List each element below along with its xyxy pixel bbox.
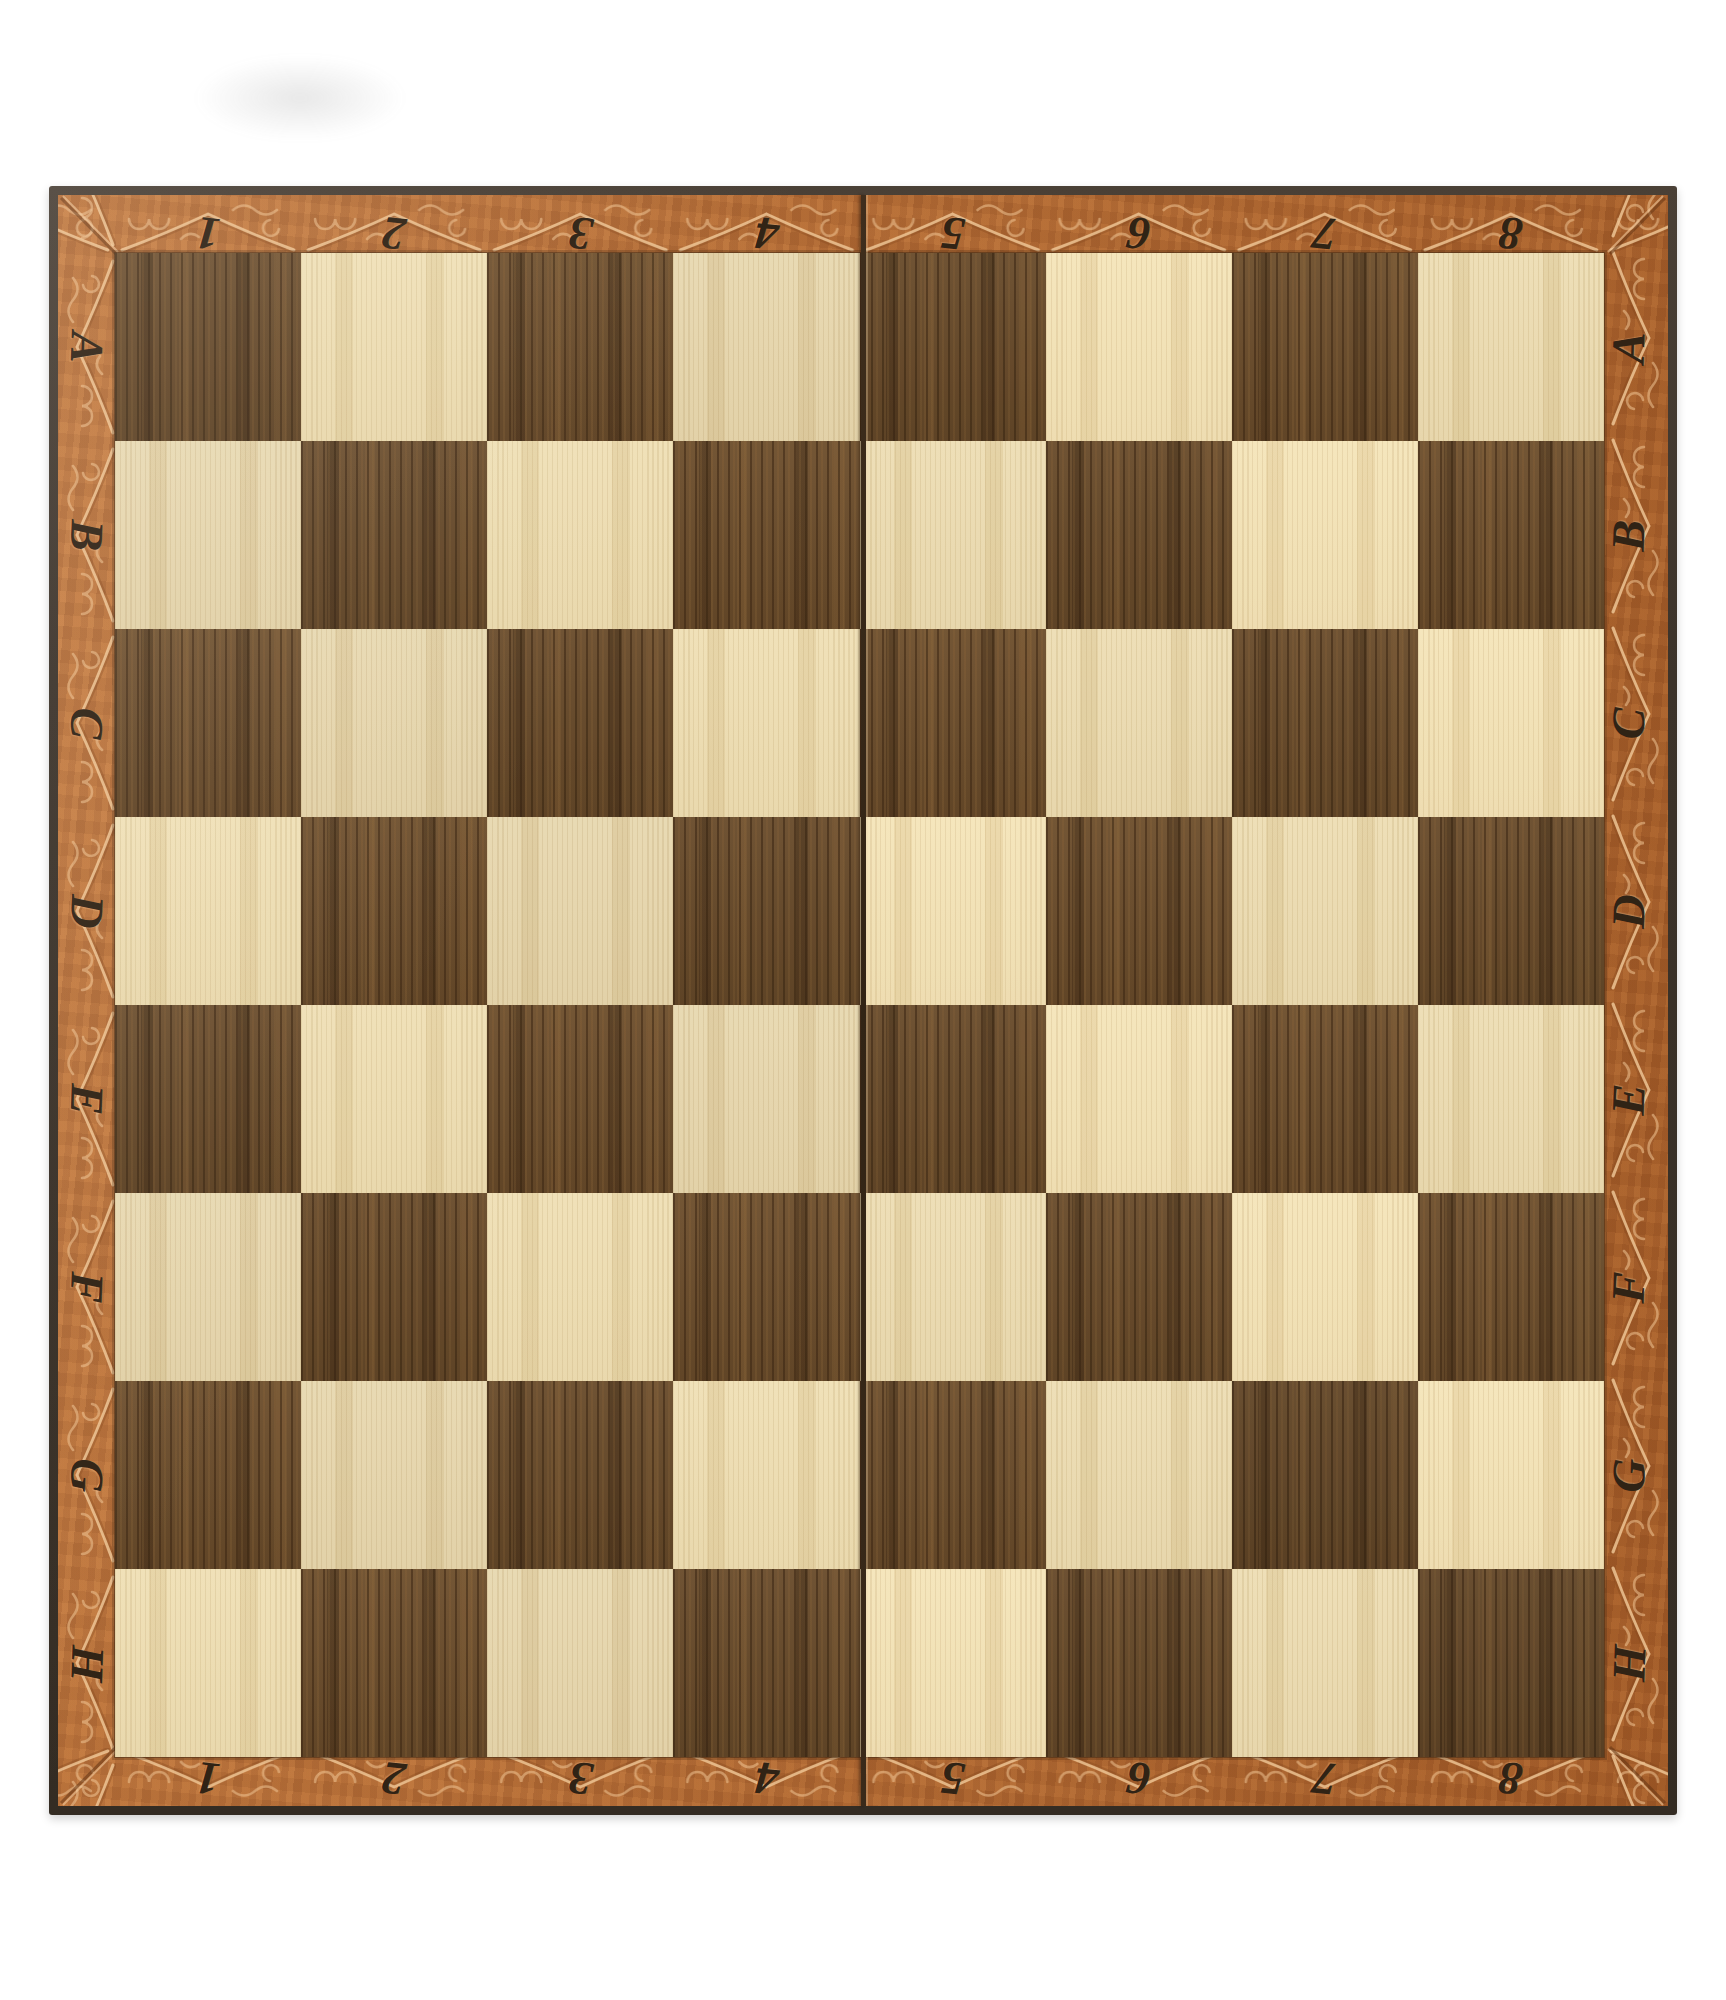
square-F7[interactable] [1232,1193,1418,1381]
square-C4[interactable] [673,629,859,817]
square-G3[interactable] [487,1381,673,1569]
square-E4[interactable] [673,1005,859,1193]
square-E2[interactable] [301,1005,487,1193]
square-H1[interactable] [115,1569,301,1757]
square-F1[interactable] [115,1193,301,1381]
square-G4[interactable] [673,1381,859,1569]
square-H7[interactable] [1232,1569,1418,1757]
square-C6[interactable] [1046,629,1232,817]
square-F5[interactable] [860,1193,1046,1381]
square-G5[interactable] [860,1381,1046,1569]
square-D5[interactable] [860,817,1046,1005]
square-G1[interactable] [115,1381,301,1569]
square-A4[interactable] [673,253,859,441]
square-A8[interactable] [1418,253,1604,441]
square-E5[interactable] [860,1005,1046,1193]
square-F8[interactable] [1418,1193,1604,1381]
square-D1[interactable] [115,817,301,1005]
square-F2[interactable] [301,1193,487,1381]
square-D2[interactable] [301,817,487,1005]
square-H3[interactable] [487,1569,673,1757]
square-B5[interactable] [860,441,1046,629]
square-G6[interactable] [1046,1381,1232,1569]
square-H8[interactable] [1418,1569,1604,1757]
square-F6[interactable] [1046,1193,1232,1381]
square-A5[interactable] [860,253,1046,441]
square-C5[interactable] [860,629,1046,817]
square-A3[interactable] [487,253,673,441]
square-D4[interactable] [673,817,859,1005]
square-E3[interactable] [487,1005,673,1193]
square-C8[interactable] [1418,629,1604,817]
square-F4[interactable] [673,1193,859,1381]
square-H6[interactable] [1046,1569,1232,1757]
square-E7[interactable] [1232,1005,1418,1193]
square-D7[interactable] [1232,817,1418,1005]
square-B6[interactable] [1046,441,1232,629]
square-H5[interactable] [860,1569,1046,1757]
background-shadow-smudge [150,38,450,158]
square-A6[interactable] [1046,253,1232,441]
square-A1[interactable] [115,253,301,441]
photo-background: 12345678 12345678 ABCDEFGH ABCDEFGH [0,0,1726,2000]
square-D8[interactable] [1418,817,1604,1005]
square-A7[interactable] [1232,253,1418,441]
fold-seam [861,195,866,1806]
square-A2[interactable] [301,253,487,441]
square-H4[interactable] [673,1569,859,1757]
square-B8[interactable] [1418,441,1604,629]
square-B3[interactable] [487,441,673,629]
square-C7[interactable] [1232,629,1418,817]
square-D6[interactable] [1046,817,1232,1005]
square-C3[interactable] [487,629,673,817]
square-G2[interactable] [301,1381,487,1569]
square-H2[interactable] [301,1569,487,1757]
square-F3[interactable] [487,1193,673,1381]
square-C2[interactable] [301,629,487,817]
square-G8[interactable] [1418,1381,1604,1569]
square-C1[interactable] [115,629,301,817]
square-E8[interactable] [1418,1005,1604,1193]
square-B4[interactable] [673,441,859,629]
square-G7[interactable] [1232,1381,1418,1569]
square-E6[interactable] [1046,1005,1232,1193]
square-B7[interactable] [1232,441,1418,629]
chessboard: 12345678 12345678 ABCDEFGH ABCDEFGH [49,186,1677,1815]
squares-grid [115,253,1604,1757]
square-E1[interactable] [115,1005,301,1193]
square-D3[interactable] [487,817,673,1005]
square-B2[interactable] [301,441,487,629]
square-B1[interactable] [115,441,301,629]
